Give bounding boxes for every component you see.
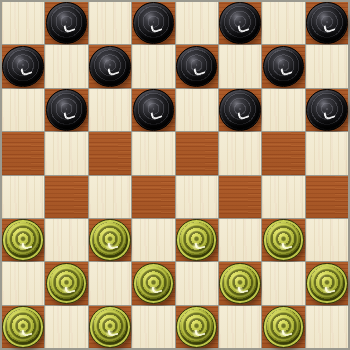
- square-r4c2: [45, 132, 87, 174]
- square-r4c3[interactable]: [89, 132, 131, 174]
- square-r5c7: [262, 176, 304, 218]
- checker-gold-man[interactable]: [263, 219, 304, 260]
- square-r5c8[interactable]: [306, 176, 348, 218]
- checker-gold-man[interactable]: [89, 306, 130, 347]
- checkers-board: [0, 0, 350, 350]
- square-r5c5: [176, 176, 218, 218]
- square-r7c1: [2, 262, 44, 304]
- square-r7c4[interactable]: [132, 262, 174, 304]
- checker-black-man[interactable]: [306, 2, 347, 43]
- checker-black-man[interactable]: [46, 2, 87, 43]
- checker-black-man[interactable]: [219, 2, 260, 43]
- square-r7c2[interactable]: [45, 262, 87, 304]
- square-r1c7: [262, 2, 304, 44]
- square-r2c7[interactable]: [262, 45, 304, 87]
- square-r8c2: [45, 306, 87, 348]
- square-r2c6: [219, 45, 261, 87]
- checker-black-man[interactable]: [263, 46, 304, 87]
- square-r6c2: [45, 219, 87, 261]
- checker-gold-man[interactable]: [176, 306, 217, 347]
- checker-gold-man[interactable]: [263, 306, 304, 347]
- square-r1c8[interactable]: [306, 2, 348, 44]
- checker-gold-man[interactable]: [2, 219, 43, 260]
- checker-gold-man[interactable]: [2, 306, 43, 347]
- square-r1c1: [2, 2, 44, 44]
- square-r6c6: [219, 219, 261, 261]
- square-r3c1: [2, 89, 44, 131]
- checker-black-man[interactable]: [219, 89, 260, 130]
- square-r3c8[interactable]: [306, 89, 348, 131]
- square-r2c3[interactable]: [89, 45, 131, 87]
- square-r4c8: [306, 132, 348, 174]
- square-r5c4[interactable]: [132, 176, 174, 218]
- square-r3c5: [176, 89, 218, 131]
- checker-black-man[interactable]: [176, 46, 217, 87]
- square-r1c6[interactable]: [219, 2, 261, 44]
- square-r4c5[interactable]: [176, 132, 218, 174]
- square-r2c8: [306, 45, 348, 87]
- square-r8c4: [132, 306, 174, 348]
- square-r6c4: [132, 219, 174, 261]
- square-r7c8[interactable]: [306, 262, 348, 304]
- square-r7c3: [89, 262, 131, 304]
- square-r8c3[interactable]: [89, 306, 131, 348]
- square-r5c1: [2, 176, 44, 218]
- square-r2c5[interactable]: [176, 45, 218, 87]
- square-r4c6: [219, 132, 261, 174]
- square-r2c4: [132, 45, 174, 87]
- square-r5c6[interactable]: [219, 176, 261, 218]
- square-r3c6[interactable]: [219, 89, 261, 131]
- checker-gold-man[interactable]: [133, 263, 174, 304]
- checker-black-man[interactable]: [2, 46, 43, 87]
- square-r6c3[interactable]: [89, 219, 131, 261]
- checker-gold-man[interactable]: [46, 263, 87, 304]
- square-r6c7[interactable]: [262, 219, 304, 261]
- checker-black-man[interactable]: [46, 89, 87, 130]
- square-r6c8: [306, 219, 348, 261]
- square-r3c3: [89, 89, 131, 131]
- square-r7c7: [262, 262, 304, 304]
- square-r1c5: [176, 2, 218, 44]
- checker-gold-man[interactable]: [176, 219, 217, 260]
- checker-gold-man[interactable]: [89, 219, 130, 260]
- square-r8c1[interactable]: [2, 306, 44, 348]
- square-r4c7[interactable]: [262, 132, 304, 174]
- square-r3c4[interactable]: [132, 89, 174, 131]
- square-r1c4[interactable]: [132, 2, 174, 44]
- square-r4c1[interactable]: [2, 132, 44, 174]
- square-r4c4: [132, 132, 174, 174]
- checker-black-man[interactable]: [133, 2, 174, 43]
- square-r7c6[interactable]: [219, 262, 261, 304]
- square-r8c6: [219, 306, 261, 348]
- square-r1c2[interactable]: [45, 2, 87, 44]
- square-r7c5: [176, 262, 218, 304]
- checker-black-man[interactable]: [306, 89, 347, 130]
- square-r2c2: [45, 45, 87, 87]
- square-r8c8: [306, 306, 348, 348]
- square-r6c5[interactable]: [176, 219, 218, 261]
- square-r3c2[interactable]: [45, 89, 87, 131]
- checker-black-man[interactable]: [89, 46, 130, 87]
- checker-black-man[interactable]: [133, 89, 174, 130]
- square-r3c7: [262, 89, 304, 131]
- square-r5c2[interactable]: [45, 176, 87, 218]
- square-r2c1[interactable]: [2, 45, 44, 87]
- checker-gold-man[interactable]: [219, 263, 260, 304]
- square-r8c7[interactable]: [262, 306, 304, 348]
- checker-gold-man[interactable]: [306, 263, 347, 304]
- square-r8c5[interactable]: [176, 306, 218, 348]
- square-r1c3: [89, 2, 131, 44]
- square-r5c3: [89, 176, 131, 218]
- square-r6c1[interactable]: [2, 219, 44, 261]
